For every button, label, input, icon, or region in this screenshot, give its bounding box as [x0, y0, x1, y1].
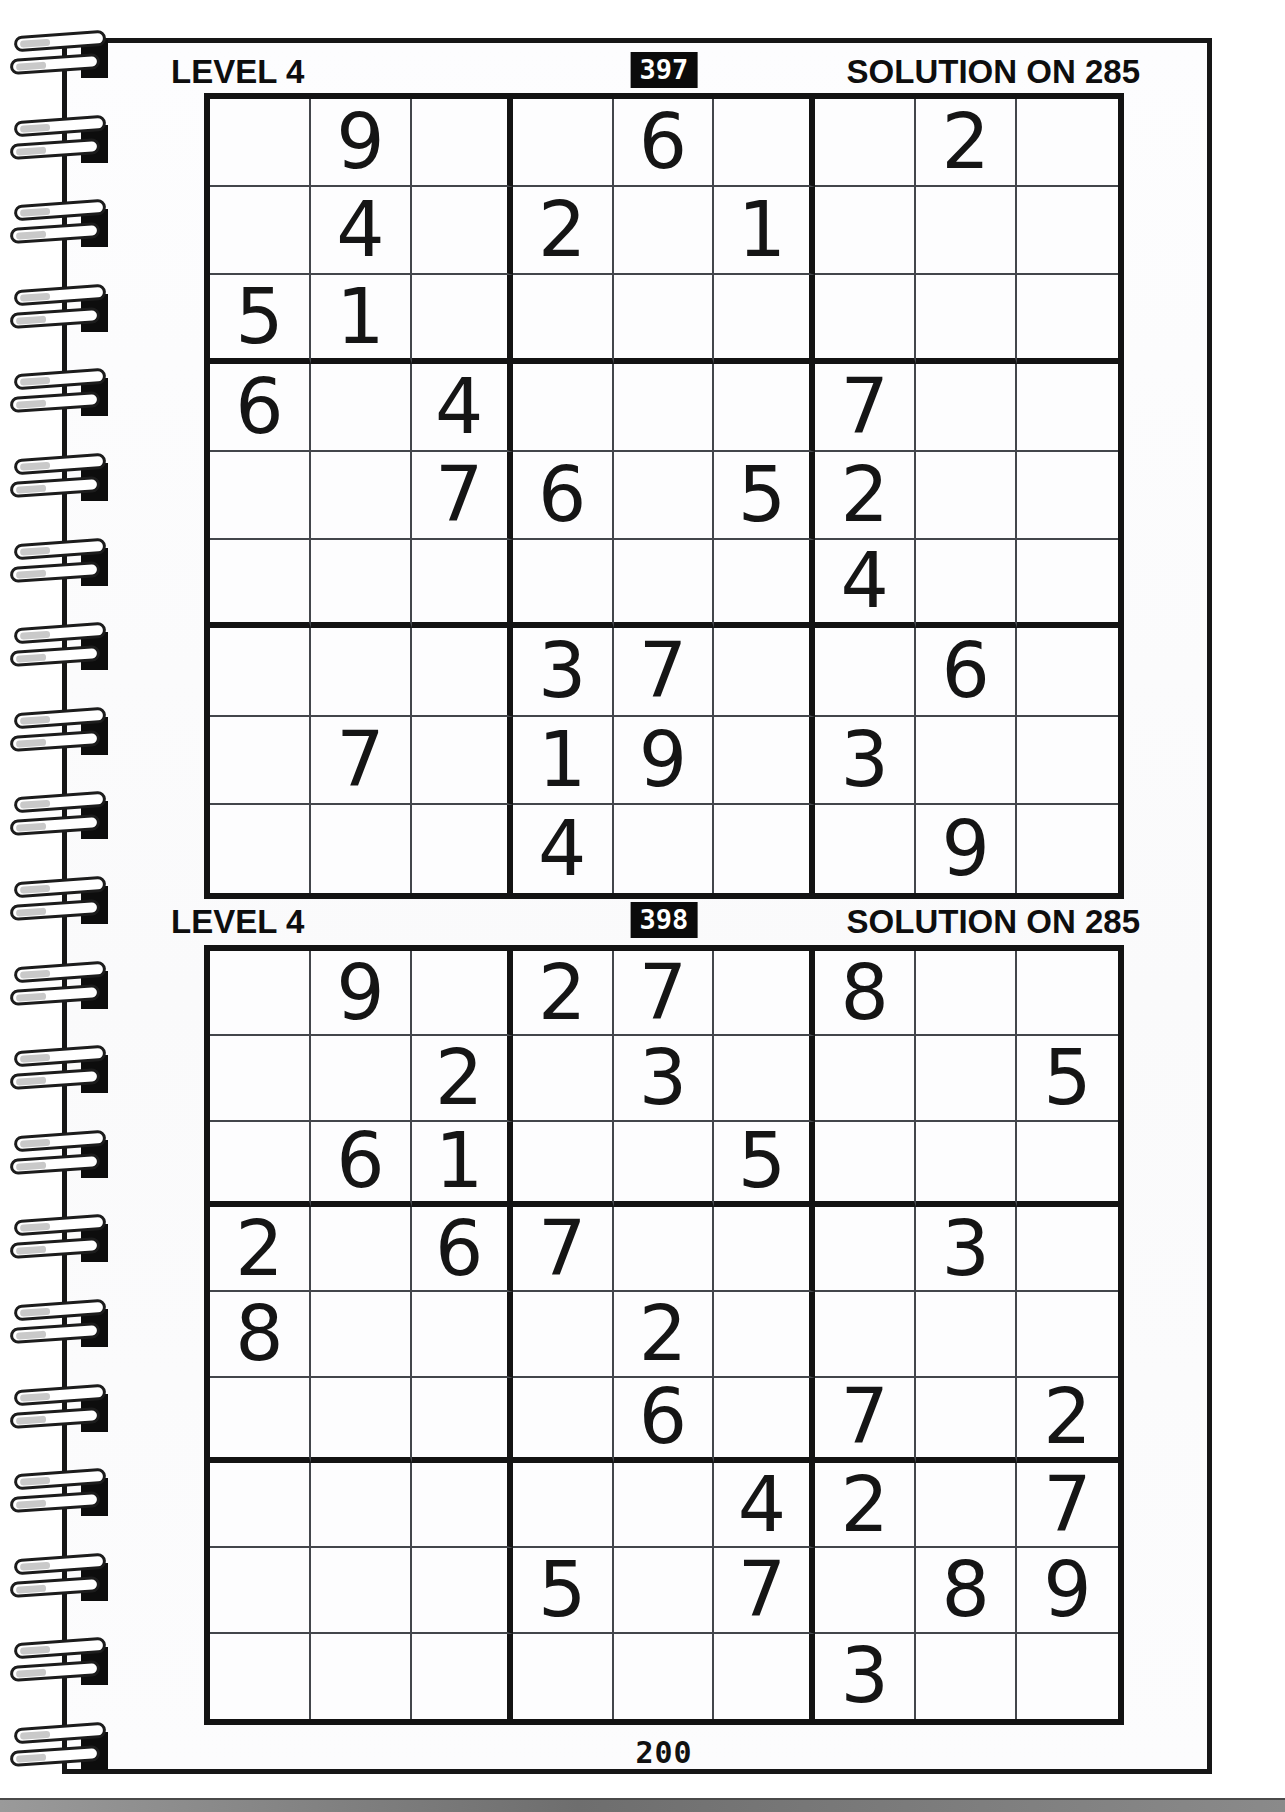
cell-r8c8[interactable]	[916, 717, 1017, 805]
binding-coil	[8, 453, 108, 511]
binding-coil	[8, 1045, 108, 1103]
cell-r1c6[interactable]	[714, 99, 815, 187]
cell-r7c3[interactable]	[412, 628, 513, 716]
cell-r2c8[interactable]	[916, 187, 1017, 275]
cell-r4c6[interactable]	[714, 364, 815, 452]
cell-r2c9[interactable]	[1017, 187, 1118, 275]
cell-r6c8[interactable]	[916, 1378, 1017, 1463]
sudoku-grid-398: 927823561526738267242757893	[204, 945, 1124, 1725]
cell-r5c4: 6	[513, 452, 614, 540]
cell-r5c8[interactable]	[916, 1292, 1017, 1377]
cell-r8c5[interactable]	[614, 1548, 715, 1633]
cell-r6c9: 2	[1017, 1378, 1118, 1463]
cell-r5c5: 2	[614, 1292, 715, 1377]
cell-r9c3[interactable]	[412, 805, 513, 893]
cell-r8c4: 5	[513, 1548, 614, 1633]
cell-r1c9[interactable]	[1017, 951, 1118, 1036]
binding-coil	[8, 1299, 108, 1357]
cell-r9c9[interactable]	[1017, 1634, 1118, 1719]
cell-r7c1[interactable]	[210, 1463, 311, 1548]
cell-r5c3: 7	[412, 452, 513, 540]
cell-r1c5: 7	[614, 951, 715, 1036]
cell-r9c5[interactable]	[614, 805, 715, 893]
level-label: LEVEL 4	[171, 903, 304, 941]
cell-r3c8[interactable]	[916, 1122, 1017, 1207]
cell-r2c5: 3	[614, 1036, 715, 1121]
binding-coil	[8, 368, 108, 426]
cell-r8c2[interactable]	[311, 1548, 412, 1633]
cell-r7c8[interactable]	[916, 1463, 1017, 1548]
cell-r7c6: 4	[714, 1463, 815, 1548]
cell-r8c8: 8	[916, 1548, 1017, 1633]
cell-r9c3[interactable]	[412, 1634, 513, 1719]
cell-r9c4: 4	[513, 805, 614, 893]
cell-r4c4: 7	[513, 1207, 614, 1292]
cell-r6c1[interactable]	[210, 540, 311, 628]
cell-r6c5: 6	[614, 1378, 715, 1463]
cell-r5c5[interactable]	[614, 452, 715, 540]
cell-r7c3[interactable]	[412, 1463, 513, 1548]
cell-r3c4[interactable]	[513, 1122, 614, 1207]
cell-r6c6[interactable]	[714, 540, 815, 628]
cell-r9c6[interactable]	[714, 1634, 815, 1719]
cell-r3c9[interactable]	[1017, 1122, 1118, 1207]
cell-r5c2[interactable]	[311, 452, 412, 540]
cell-r4c9[interactable]	[1017, 364, 1118, 452]
cell-r1c1[interactable]	[210, 99, 311, 187]
cell-r9c5[interactable]	[614, 1634, 715, 1719]
cell-r1c2: 9	[311, 99, 412, 187]
cell-r3c7[interactable]	[815, 1122, 916, 1207]
cell-r9c1[interactable]	[210, 1634, 311, 1719]
cell-r7c1[interactable]	[210, 628, 311, 716]
cell-r4c4[interactable]	[513, 364, 614, 452]
cell-r9c8: 9	[916, 805, 1017, 893]
notebook-page: LEVEL 4 397 SOLUTION ON 285 962421516477…	[62, 38, 1212, 1774]
cell-r3c3[interactable]	[412, 275, 513, 363]
solution-page-label: SOLUTION ON 285	[847, 53, 1140, 91]
cell-r9c2[interactable]	[311, 805, 412, 893]
cell-r8c7[interactable]	[815, 1548, 916, 1633]
puzzle-number-badge: 397	[631, 52, 698, 88]
cell-r2c2[interactable]	[311, 1036, 412, 1121]
cell-r3c7[interactable]	[815, 275, 916, 363]
binding-coil	[8, 1214, 108, 1272]
cell-r8c6[interactable]	[714, 717, 815, 805]
cell-r8c3[interactable]	[412, 717, 513, 805]
binding-coil	[8, 1468, 108, 1526]
cell-r6c7: 4	[815, 540, 916, 628]
cell-r2c7[interactable]	[815, 187, 916, 275]
puzzle-397-header: LEVEL 4 397 SOLUTION ON 285	[204, 53, 1124, 93]
cell-r9c7[interactable]	[815, 805, 916, 893]
cell-r7c4[interactable]	[513, 1463, 614, 1548]
binding-coil	[8, 115, 108, 173]
cell-r5c8[interactable]	[916, 452, 1017, 540]
cell-r4c7[interactable]	[815, 1207, 916, 1292]
cell-r4c9[interactable]	[1017, 1207, 1118, 1292]
cell-r7c2[interactable]	[311, 1463, 412, 1548]
cell-r1c3[interactable]	[412, 951, 513, 1036]
binding-coil	[8, 538, 108, 596]
cell-r4c8[interactable]	[916, 364, 1017, 452]
cell-r9c1[interactable]	[210, 805, 311, 893]
cell-r7c9: 7	[1017, 1463, 1118, 1548]
cell-r3c4[interactable]	[513, 275, 614, 363]
cell-r6c4[interactable]	[513, 1378, 614, 1463]
cell-r8c1[interactable]	[210, 717, 311, 805]
cell-r3c3: 1	[412, 1122, 513, 1207]
cell-r8c7: 3	[815, 717, 916, 805]
cell-r5c9[interactable]	[1017, 1292, 1118, 1377]
cell-r4c2[interactable]	[311, 364, 412, 452]
cell-r1c5: 6	[614, 99, 715, 187]
binding-coil	[8, 622, 108, 680]
cell-r1c8: 2	[916, 99, 1017, 187]
cell-r3c6[interactable]	[714, 275, 815, 363]
cell-r6c8[interactable]	[916, 540, 1017, 628]
cell-r5c1[interactable]	[210, 452, 311, 540]
binding-coil	[8, 1553, 108, 1611]
cell-r3c9[interactable]	[1017, 275, 1118, 363]
puzzle-number-badge: 398	[631, 902, 698, 938]
cell-r1c2: 9	[311, 951, 412, 1036]
binding-coil	[8, 1384, 108, 1442]
cell-r4c6[interactable]	[714, 1207, 815, 1292]
cell-r7c7[interactable]	[815, 628, 916, 716]
spiral-binding	[0, 0, 130, 1812]
cell-r2c8[interactable]	[916, 1036, 1017, 1121]
puzzle-398-header: LEVEL 4 398 SOLUTION ON 285	[204, 903, 1124, 943]
binding-coil	[8, 30, 108, 88]
binding-coil	[8, 284, 108, 342]
cell-r5c1: 8	[210, 1292, 311, 1377]
cell-r8c3[interactable]	[412, 1548, 513, 1633]
cell-r3c5[interactable]	[614, 1122, 715, 1207]
cell-r9c8[interactable]	[916, 1634, 1017, 1719]
cell-r1c7[interactable]	[815, 99, 916, 187]
cell-r7c6[interactable]	[714, 628, 815, 716]
cell-r8c9: 9	[1017, 1548, 1118, 1633]
cell-r4c8: 3	[916, 1207, 1017, 1292]
cell-r4c3: 6	[412, 1207, 513, 1292]
cell-r7c2[interactable]	[311, 628, 412, 716]
cell-r2c3: 2	[412, 1036, 513, 1121]
cell-r6c5[interactable]	[614, 540, 715, 628]
binding-coil	[8, 1722, 108, 1780]
cell-r5c2[interactable]	[311, 1292, 412, 1377]
cell-r2c4[interactable]	[513, 1036, 614, 1121]
cell-r5c7[interactable]	[815, 1292, 916, 1377]
cell-r5c9[interactable]	[1017, 452, 1118, 540]
cell-r7c9[interactable]	[1017, 628, 1118, 716]
cell-r3c2: 1	[311, 275, 412, 363]
cell-r4c3: 4	[412, 364, 513, 452]
cell-r6c7: 7	[815, 1378, 916, 1463]
cell-r1c7: 8	[815, 951, 916, 1036]
cell-r5c3[interactable]	[412, 1292, 513, 1377]
book-page-photo: LEVEL 4 397 SOLUTION ON 285 962421516477…	[0, 0, 1285, 1812]
cell-r3c5[interactable]	[614, 275, 715, 363]
cell-r9c6[interactable]	[714, 805, 815, 893]
cell-r4c5[interactable]	[614, 1207, 715, 1292]
binding-coil	[8, 876, 108, 934]
cell-r6c2[interactable]	[311, 1378, 412, 1463]
cell-r1c3[interactable]	[412, 99, 513, 187]
cell-r8c9[interactable]	[1017, 717, 1118, 805]
binding-coil	[8, 791, 108, 849]
cell-r3c6: 5	[714, 1122, 815, 1207]
binding-coil	[8, 707, 108, 765]
cell-r8c1[interactable]	[210, 1548, 311, 1633]
cell-r6c4[interactable]	[513, 540, 614, 628]
cell-r6c6[interactable]	[714, 1378, 815, 1463]
cell-r8c4: 1	[513, 717, 614, 805]
sudoku-grid-397: 9624215164776524376719349	[204, 93, 1124, 899]
cell-r2c7[interactable]	[815, 1036, 916, 1121]
cell-r1c8[interactable]	[916, 951, 1017, 1036]
cell-r1c4: 2	[513, 951, 614, 1036]
cell-r7c7: 2	[815, 1463, 916, 1548]
cell-r7c8: 6	[916, 628, 1017, 716]
cell-r7c4: 3	[513, 628, 614, 716]
cell-r9c2[interactable]	[311, 1634, 412, 1719]
cell-r8c5: 9	[614, 717, 715, 805]
cell-r2c3[interactable]	[412, 187, 513, 275]
level-label: LEVEL 4	[171, 53, 304, 91]
cell-r2c1[interactable]	[210, 1036, 311, 1121]
cell-r3c8[interactable]	[916, 275, 1017, 363]
cell-r2c6[interactable]	[714, 1036, 815, 1121]
cell-r1c6[interactable]	[714, 951, 815, 1036]
cell-r1c9[interactable]	[1017, 99, 1118, 187]
cell-r7c5: 7	[614, 628, 715, 716]
solution-page-label: SOLUTION ON 285	[847, 903, 1140, 941]
cell-r2c6: 1	[714, 187, 815, 275]
cell-r4c5[interactable]	[614, 364, 715, 452]
cell-r5c4[interactable]	[513, 1292, 614, 1377]
cell-r1c1[interactable]	[210, 951, 311, 1036]
cell-r4c2[interactable]	[311, 1207, 412, 1292]
cell-r3c1: 5	[210, 275, 311, 363]
cell-r3c2: 6	[311, 1122, 412, 1207]
cell-r8c2: 7	[311, 717, 412, 805]
cell-r4c1: 2	[210, 1207, 311, 1292]
cell-r2c9: 5	[1017, 1036, 1118, 1121]
cell-r3c1[interactable]	[210, 1122, 311, 1207]
binding-coil	[8, 961, 108, 1019]
cell-r9c7: 3	[815, 1634, 916, 1719]
cell-r7c5[interactable]	[614, 1463, 715, 1548]
cell-r6c3[interactable]	[412, 1378, 513, 1463]
cell-r8c6: 7	[714, 1548, 815, 1633]
cell-r9c9[interactable]	[1017, 805, 1118, 893]
cell-r5c6: 5	[714, 452, 815, 540]
page-number: 200	[204, 1735, 1124, 1770]
cell-r1c4[interactable]	[513, 99, 614, 187]
cell-r2c1[interactable]	[210, 187, 311, 275]
binding-coil	[8, 1637, 108, 1695]
cell-r9c4[interactable]	[513, 1634, 614, 1719]
binding-coil	[8, 199, 108, 257]
cell-r6c9[interactable]	[1017, 540, 1118, 628]
cell-r6c1[interactable]	[210, 1378, 311, 1463]
cell-r2c2: 4	[311, 187, 412, 275]
cell-r5c6[interactable]	[714, 1292, 815, 1377]
cell-r6c2[interactable]	[311, 540, 412, 628]
cell-r2c5[interactable]	[614, 187, 715, 275]
cell-r6c3[interactable]	[412, 540, 513, 628]
cell-r2c4: 2	[513, 187, 614, 275]
photo-bottom-edge	[0, 1798, 1285, 1812]
cell-r4c7: 7	[815, 364, 916, 452]
cell-r5c7: 2	[815, 452, 916, 540]
binding-coil	[8, 1130, 108, 1188]
cell-r4c1: 6	[210, 364, 311, 452]
